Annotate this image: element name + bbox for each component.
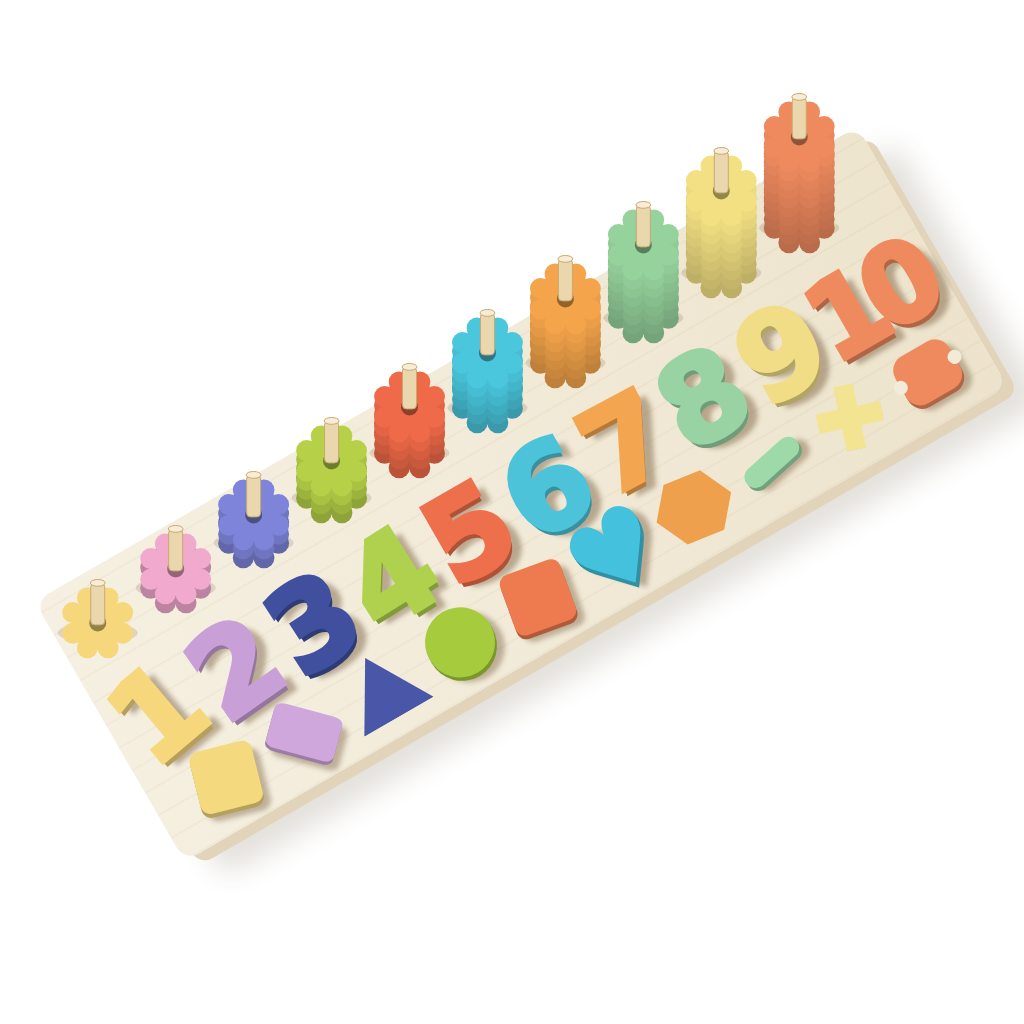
product-photo-stage: 123456♥78910 [0,0,1024,1024]
puzzle-board: 123456♥78910 [35,127,1008,862]
wooden-peg [325,421,339,463]
wooden-peg [169,529,183,571]
equals-shape [887,333,968,411]
wooden-peg [714,151,728,193]
wooden-peg [558,259,572,301]
wooden-peg [792,97,806,139]
wooden-peg [480,313,494,355]
wooden-peg [247,475,261,517]
ring-stack-1 [43,463,153,663]
equals-notch [945,347,964,366]
equals-notch [891,378,910,397]
wooden-peg [91,583,105,625]
wooden-peg [636,205,650,247]
wooden-peg [403,367,417,409]
minus-shape [740,432,804,493]
